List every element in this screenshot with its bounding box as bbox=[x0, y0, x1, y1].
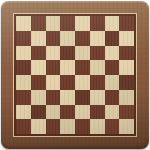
square-e8[interactable] bbox=[75, 16, 90, 31]
square-f8[interactable] bbox=[90, 16, 105, 31]
square-b1[interactable] bbox=[31, 119, 46, 134]
square-g5[interactable] bbox=[105, 60, 120, 75]
square-h6[interactable] bbox=[119, 46, 134, 61]
square-d6[interactable] bbox=[60, 46, 75, 61]
square-h5[interactable] bbox=[119, 60, 134, 75]
square-c4[interactable] bbox=[46, 75, 61, 90]
square-f6[interactable] bbox=[90, 46, 105, 61]
square-h8[interactable] bbox=[119, 16, 134, 31]
square-f2[interactable] bbox=[90, 105, 105, 120]
square-c5[interactable] bbox=[46, 60, 61, 75]
square-g3[interactable] bbox=[105, 90, 120, 105]
square-d7[interactable] bbox=[60, 31, 75, 46]
square-g6[interactable] bbox=[105, 46, 120, 61]
square-g4[interactable] bbox=[105, 75, 120, 90]
square-d4[interactable] bbox=[60, 75, 75, 90]
square-d1[interactable] bbox=[60, 119, 75, 134]
board-grid bbox=[16, 16, 134, 134]
square-c1[interactable] bbox=[46, 119, 61, 134]
square-a2[interactable] bbox=[16, 105, 31, 120]
square-b4[interactable] bbox=[31, 75, 46, 90]
square-e1[interactable] bbox=[75, 119, 90, 134]
square-c3[interactable] bbox=[46, 90, 61, 105]
square-e7[interactable] bbox=[75, 31, 90, 46]
square-e2[interactable] bbox=[75, 105, 90, 120]
square-b3[interactable] bbox=[31, 90, 46, 105]
square-h3[interactable] bbox=[119, 90, 134, 105]
square-f7[interactable] bbox=[90, 31, 105, 46]
square-f4[interactable] bbox=[90, 75, 105, 90]
square-c6[interactable] bbox=[46, 46, 61, 61]
square-a5[interactable] bbox=[16, 60, 31, 75]
square-e5[interactable] bbox=[75, 60, 90, 75]
square-g2[interactable] bbox=[105, 105, 120, 120]
square-a4[interactable] bbox=[16, 75, 31, 90]
square-a6[interactable] bbox=[16, 46, 31, 61]
square-e3[interactable] bbox=[75, 90, 90, 105]
square-b6[interactable] bbox=[31, 46, 46, 61]
square-e4[interactable] bbox=[75, 75, 90, 90]
square-a7[interactable] bbox=[16, 31, 31, 46]
square-d8[interactable] bbox=[60, 16, 75, 31]
square-b7[interactable] bbox=[31, 31, 46, 46]
square-g1[interactable] bbox=[105, 119, 120, 134]
square-h4[interactable] bbox=[119, 75, 134, 90]
square-d5[interactable] bbox=[60, 60, 75, 75]
square-g7[interactable] bbox=[105, 31, 120, 46]
square-h2[interactable] bbox=[119, 105, 134, 120]
square-f5[interactable] bbox=[90, 60, 105, 75]
square-f1[interactable] bbox=[90, 119, 105, 134]
square-e6[interactable] bbox=[75, 46, 90, 61]
square-b8[interactable] bbox=[31, 16, 46, 31]
square-a8[interactable] bbox=[16, 16, 31, 31]
square-a3[interactable] bbox=[16, 90, 31, 105]
square-c2[interactable] bbox=[46, 105, 61, 120]
square-f3[interactable] bbox=[90, 90, 105, 105]
square-c8[interactable] bbox=[46, 16, 61, 31]
board-inlay-border bbox=[13, 13, 137, 137]
square-d3[interactable] bbox=[60, 90, 75, 105]
chess-board bbox=[1, 1, 149, 149]
square-a1[interactable] bbox=[16, 119, 31, 134]
square-h7[interactable] bbox=[119, 31, 134, 46]
square-c7[interactable] bbox=[46, 31, 61, 46]
photo-background bbox=[0, 0, 150, 150]
square-h1[interactable] bbox=[119, 119, 134, 134]
square-b5[interactable] bbox=[31, 60, 46, 75]
square-d2[interactable] bbox=[60, 105, 75, 120]
square-g8[interactable] bbox=[105, 16, 120, 31]
square-b2[interactable] bbox=[31, 105, 46, 120]
